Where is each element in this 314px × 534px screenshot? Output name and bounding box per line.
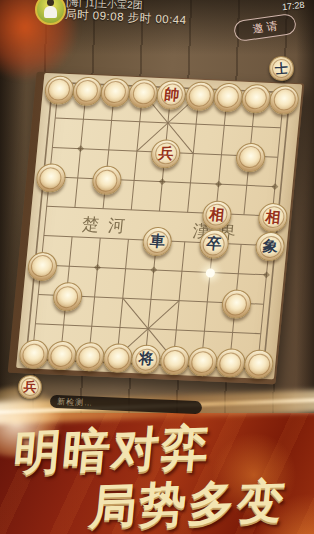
promo-banner: 明暗对弈 局势多变	[0, 413, 314, 534]
legal-move-indicator-dot[interactable]	[205, 268, 215, 277]
top-hud: [海门1]王小宝2团 局时 09:08 步时 00:44 17:28 邀请	[0, 0, 314, 46]
system-clock: 17:28	[282, 0, 305, 12]
xiangqi-board-block: 楚河 漢界 帥兵相相車卒象将	[8, 72, 305, 385]
river-text-left: 楚河	[81, 213, 135, 238]
invite-button[interactable]: 邀请	[233, 13, 297, 42]
xiangqi-board[interactable]: 楚河 漢界 帥兵相相車卒象将	[16, 73, 302, 379]
screenshot: [海门1]王小宝2团 局时 09:08 步时 00:44 17:28 邀请 楚河…	[0, 0, 314, 534]
board-grid-lines	[16, 73, 302, 379]
game-timers: 局时 09:08 步时 00:44	[65, 7, 187, 28]
system-message-text: 新检测…	[57, 396, 93, 409]
player-avatar[interactable]	[35, 0, 66, 25]
banner-title-line2: 局势多变	[87, 470, 289, 534]
